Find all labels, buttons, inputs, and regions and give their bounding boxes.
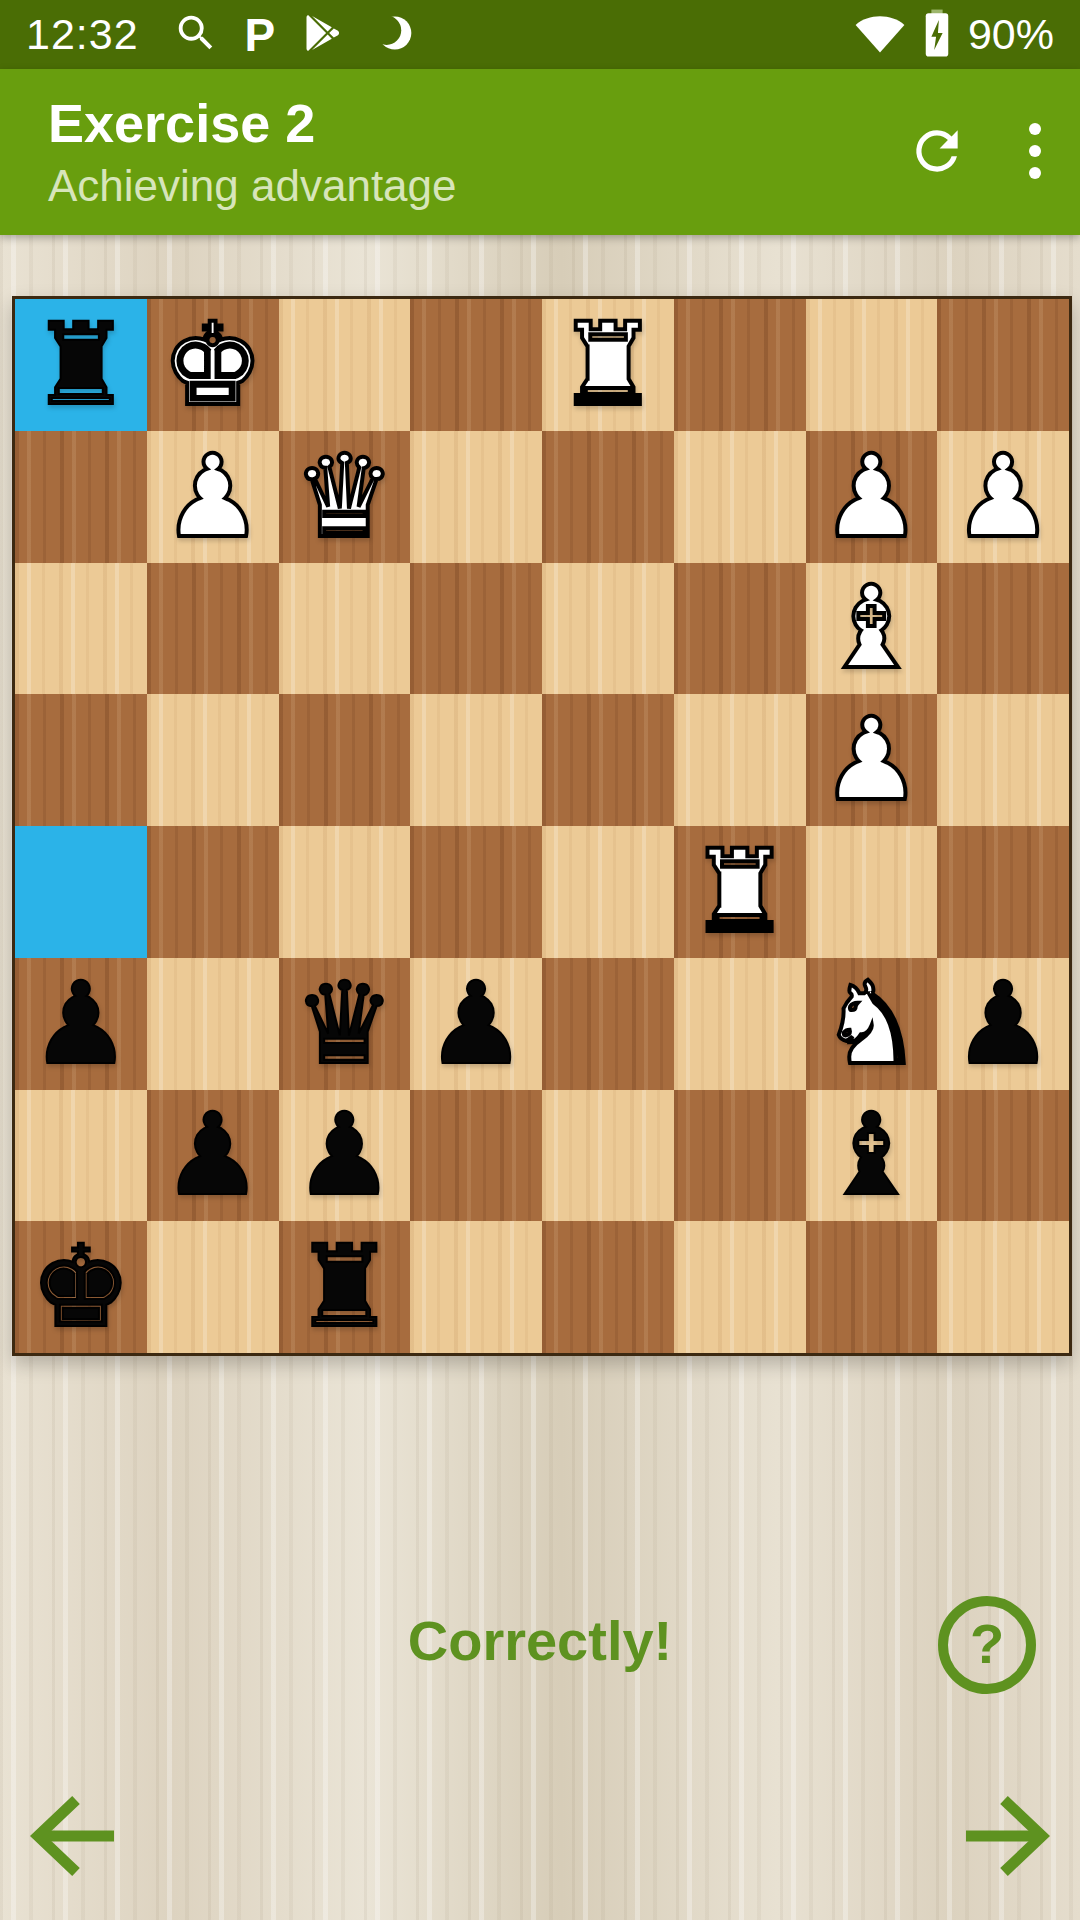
square-d1[interactable] <box>410 1221 542 1353</box>
piece-bp-d3[interactable]: ♟ <box>425 967 527 1081</box>
square-f1[interactable] <box>674 1221 806 1353</box>
status-bar: 12:32 P <box>0 0 1080 69</box>
square-b6[interactable] <box>147 563 279 695</box>
square-c5[interactable] <box>279 694 411 826</box>
square-a6[interactable] <box>15 563 147 695</box>
square-d4[interactable] <box>410 826 542 958</box>
square-b3[interactable] <box>147 958 279 1090</box>
square-d6[interactable] <box>410 563 542 695</box>
square-c7[interactable]: ♛ <box>279 431 411 563</box>
question-mark-icon: ? <box>934 1592 1040 1701</box>
square-e1[interactable] <box>542 1221 674 1353</box>
square-a8[interactable]: ♜ <box>15 299 147 431</box>
app-bar: Exercise 2 Achieving advantage <box>0 69 1080 235</box>
search-icon <box>173 10 219 60</box>
page-title: Exercise 2 <box>48 94 457 153</box>
square-g8[interactable] <box>806 299 938 431</box>
square-f7[interactable] <box>674 431 806 563</box>
square-h4[interactable] <box>937 826 1069 958</box>
square-c6[interactable] <box>279 563 411 695</box>
help-button[interactable]: ? <box>934 1592 1040 1701</box>
refresh-icon <box>906 120 968 185</box>
square-f5[interactable] <box>674 694 806 826</box>
square-h7[interactable]: ♟ <box>937 431 1069 563</box>
piece-bp-h3[interactable]: ♟ <box>952 967 1054 1081</box>
battery-percent: 90% <box>968 10 1054 59</box>
square-c3[interactable]: ♛ <box>279 958 411 1090</box>
square-a4[interactable] <box>15 826 147 958</box>
square-b5[interactable] <box>147 694 279 826</box>
square-e6[interactable] <box>542 563 674 695</box>
piece-bp-c2[interactable]: ♟ <box>293 1098 395 1212</box>
piece-bq-c3[interactable]: ♛ <box>293 967 395 1081</box>
square-b7[interactable]: ♟ <box>147 431 279 563</box>
square-a1[interactable]: ♚ <box>15 1221 147 1353</box>
square-f2[interactable] <box>674 1090 806 1222</box>
back-button[interactable] <box>24 1786 116 1889</box>
system-icons: 90% <box>854 8 1054 62</box>
piece-wp-b7[interactable]: ♟ <box>162 440 264 554</box>
square-g1[interactable] <box>806 1221 938 1353</box>
square-f3[interactable] <box>674 958 806 1090</box>
crescent-moon-icon <box>371 11 415 59</box>
square-c2[interactable]: ♟ <box>279 1090 411 1222</box>
piece-bb-g2[interactable]: ♝ <box>820 1098 922 1212</box>
square-h2[interactable] <box>937 1090 1069 1222</box>
square-f8[interactable] <box>674 299 806 431</box>
square-h5[interactable] <box>937 694 1069 826</box>
square-h6[interactable] <box>937 563 1069 695</box>
overflow-menu-icon <box>1026 118 1044 187</box>
square-c8[interactable] <box>279 299 411 431</box>
feedback-message: Correctly! <box>0 1608 1080 1673</box>
piece-wp-h7[interactable]: ♟ <box>952 440 1054 554</box>
piece-bp-a3[interactable]: ♟ <box>30 967 132 1081</box>
piece-wr-f4[interactable]: ♜ <box>689 835 791 949</box>
square-a3[interactable]: ♟ <box>15 958 147 1090</box>
square-f4[interactable]: ♜ <box>674 826 806 958</box>
app-bar-actions <box>906 118 1044 187</box>
square-g4[interactable] <box>806 826 938 958</box>
svg-text:?: ? <box>970 1612 1004 1675</box>
square-b4[interactable] <box>147 826 279 958</box>
arrow-left-icon <box>24 1786 116 1889</box>
square-h1[interactable] <box>937 1221 1069 1353</box>
chess-board: ♜♚♜♟♛♟♟♝♟♜♟♛♟♞♟♟♟♝♚♜ <box>12 296 1072 1356</box>
notification-icons: P <box>173 10 416 60</box>
play-store-icon <box>301 11 345 59</box>
square-f6[interactable] <box>674 563 806 695</box>
square-h3[interactable]: ♟ <box>937 958 1069 1090</box>
square-g3[interactable]: ♞ <box>806 958 938 1090</box>
piece-br-a8[interactable]: ♜ <box>30 308 132 422</box>
piece-br-c1[interactable]: ♜ <box>293 1230 395 1344</box>
piece-bk-a1[interactable]: ♚ <box>30 1230 132 1344</box>
square-c1[interactable]: ♜ <box>279 1221 411 1353</box>
square-e2[interactable] <box>542 1090 674 1222</box>
overflow-menu-button[interactable] <box>1026 118 1044 187</box>
square-a2[interactable] <box>15 1090 147 1222</box>
square-g2[interactable]: ♝ <box>806 1090 938 1222</box>
square-h8[interactable] <box>937 299 1069 431</box>
square-d7[interactable] <box>410 431 542 563</box>
square-e4[interactable] <box>542 826 674 958</box>
p-badge-icon: P <box>245 12 276 58</box>
arrow-right-icon <box>964 1786 1056 1889</box>
battery-charging-icon <box>922 8 952 62</box>
piece-wb-g6[interactable]: ♝ <box>820 571 922 685</box>
square-a5[interactable] <box>15 694 147 826</box>
square-e5[interactable] <box>542 694 674 826</box>
piece-bp-b2[interactable]: ♟ <box>162 1098 264 1212</box>
square-g7[interactable]: ♟ <box>806 431 938 563</box>
square-g5[interactable]: ♟ <box>806 694 938 826</box>
square-b2[interactable]: ♟ <box>147 1090 279 1222</box>
piece-wq-c7[interactable]: ♛ <box>293 440 395 554</box>
square-g6[interactable]: ♝ <box>806 563 938 695</box>
forward-button[interactable] <box>964 1786 1056 1889</box>
square-d8[interactable] <box>410 299 542 431</box>
app-screen: 12:32 P <box>0 0 1080 1920</box>
square-b8[interactable]: ♚ <box>147 299 279 431</box>
square-e7[interactable] <box>542 431 674 563</box>
refresh-button[interactable] <box>906 120 968 185</box>
square-a7[interactable] <box>15 431 147 563</box>
square-e8[interactable]: ♜ <box>542 299 674 431</box>
piece-wk-b8[interactable]: ♚ <box>162 308 264 422</box>
clock: 12:32 <box>26 10 139 59</box>
app-bar-titles: Exercise 2 Achieving advantage <box>48 94 457 210</box>
wifi-icon <box>854 11 906 59</box>
square-d2[interactable] <box>410 1090 542 1222</box>
piece-wn-g3[interactable]: ♞ <box>820 967 922 1081</box>
piece-wp-g5[interactable]: ♟ <box>820 703 922 817</box>
page-subtitle: Achieving advantage <box>48 162 457 210</box>
square-d5[interactable] <box>410 694 542 826</box>
square-c4[interactable] <box>279 826 411 958</box>
square-b1[interactable] <box>147 1221 279 1353</box>
square-d3[interactable]: ♟ <box>410 958 542 1090</box>
piece-wr-e8[interactable]: ♜ <box>557 308 659 422</box>
piece-wp-g7[interactable]: ♟ <box>820 440 922 554</box>
square-e3[interactable] <box>542 958 674 1090</box>
